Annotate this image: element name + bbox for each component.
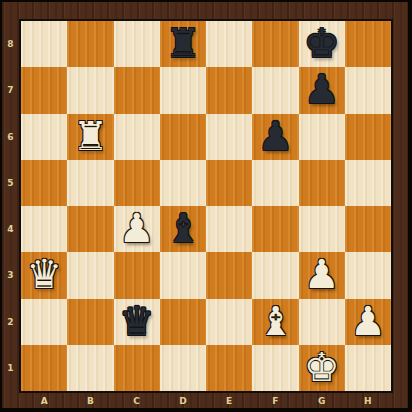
square-f8[interactable] — [252, 21, 298, 67]
square-c3[interactable] — [114, 252, 160, 298]
black-bishop-d4[interactable]: ♝ — [165, 208, 201, 248]
square-b4[interactable] — [67, 206, 113, 252]
square-f4[interactable] — [252, 206, 298, 252]
square-h4[interactable] — [345, 206, 391, 252]
white-bishop-f2[interactable]: ♝ — [257, 301, 293, 341]
square-b1[interactable] — [67, 345, 113, 391]
square-f2[interactable]: ♝ — [252, 299, 298, 345]
square-f6[interactable]: ♟ — [252, 114, 298, 160]
white-king-g1[interactable]: ♚ — [304, 347, 340, 387]
black-king-g8[interactable]: ♚ — [304, 23, 340, 63]
square-c6[interactable] — [114, 114, 160, 160]
square-h5[interactable] — [345, 160, 391, 206]
file-label-c: C — [114, 393, 160, 408]
square-e2[interactable] — [206, 299, 252, 345]
square-d4[interactable]: ♝ — [160, 206, 206, 252]
square-h2[interactable]: ♟ — [345, 299, 391, 345]
square-g5[interactable] — [299, 160, 345, 206]
square-b6[interactable]: ♜ — [67, 114, 113, 160]
square-e6[interactable] — [206, 114, 252, 160]
file-label-e: E — [206, 393, 252, 408]
file-label-h: H — [345, 393, 391, 408]
white-rook-b6[interactable]: ♜ — [72, 116, 108, 156]
square-h1[interactable] — [345, 345, 391, 391]
square-h3[interactable] — [345, 252, 391, 298]
square-f3[interactable] — [252, 252, 298, 298]
board-frame: 87654321 ABCDEFGH ♜♚♟♜♟♟♝♛♟♛♝♟♚ — [0, 0, 412, 412]
square-g6[interactable] — [299, 114, 345, 160]
square-d3[interactable] — [160, 252, 206, 298]
square-g7[interactable]: ♟ — [299, 67, 345, 113]
square-g3[interactable]: ♟ — [299, 252, 345, 298]
square-g4[interactable] — [299, 206, 345, 252]
square-c8[interactable] — [114, 21, 160, 67]
square-c5[interactable] — [114, 160, 160, 206]
square-f5[interactable] — [252, 160, 298, 206]
square-h8[interactable] — [345, 21, 391, 67]
square-a5[interactable] — [21, 160, 67, 206]
file-labels: ABCDEFGH — [21, 393, 391, 408]
square-a8[interactable] — [21, 21, 67, 67]
chess-board: ♜♚♟♜♟♟♝♛♟♛♝♟♚ — [19, 19, 393, 393]
rank-label-6: 6 — [2, 114, 19, 160]
square-a2[interactable] — [21, 299, 67, 345]
rank-labels: 87654321 — [2, 21, 19, 391]
square-e1[interactable] — [206, 345, 252, 391]
square-f7[interactable] — [252, 67, 298, 113]
rank-label-7: 7 — [2, 67, 19, 113]
square-e4[interactable] — [206, 206, 252, 252]
rank-label-8: 8 — [2, 21, 19, 67]
square-b8[interactable] — [67, 21, 113, 67]
file-label-d: D — [160, 393, 206, 408]
black-pawn-g7[interactable]: ♟ — [304, 69, 340, 109]
square-h6[interactable] — [345, 114, 391, 160]
square-a7[interactable] — [21, 67, 67, 113]
white-pawn-h2[interactable]: ♟ — [350, 301, 386, 341]
square-b3[interactable] — [67, 252, 113, 298]
square-a3[interactable]: ♛ — [21, 252, 67, 298]
white-pawn-c4[interactable]: ♟ — [119, 208, 155, 248]
rank-label-1: 1 — [2, 345, 19, 391]
square-b2[interactable] — [67, 299, 113, 345]
file-label-f: F — [252, 393, 298, 408]
file-label-b: B — [67, 393, 113, 408]
square-d2[interactable] — [160, 299, 206, 345]
square-a6[interactable] — [21, 114, 67, 160]
square-e7[interactable] — [206, 67, 252, 113]
rank-label-5: 5 — [2, 160, 19, 206]
square-e8[interactable] — [206, 21, 252, 67]
square-d5[interactable] — [160, 160, 206, 206]
square-c1[interactable] — [114, 345, 160, 391]
rank-label-2: 2 — [2, 299, 19, 345]
file-label-g: G — [299, 393, 345, 408]
square-a1[interactable] — [21, 345, 67, 391]
white-pawn-g3[interactable]: ♟ — [304, 254, 340, 294]
black-queen-c2[interactable]: ♛ — [119, 301, 155, 341]
square-c7[interactable] — [114, 67, 160, 113]
square-g1[interactable]: ♚ — [299, 345, 345, 391]
square-c4[interactable]: ♟ — [114, 206, 160, 252]
square-f1[interactable] — [252, 345, 298, 391]
square-b5[interactable] — [67, 160, 113, 206]
square-g2[interactable] — [299, 299, 345, 345]
square-g8[interactable]: ♚ — [299, 21, 345, 67]
square-d7[interactable] — [160, 67, 206, 113]
square-h7[interactable] — [345, 67, 391, 113]
square-e5[interactable] — [206, 160, 252, 206]
square-d8[interactable]: ♜ — [160, 21, 206, 67]
square-e3[interactable] — [206, 252, 252, 298]
white-queen-a3[interactable]: ♛ — [26, 254, 62, 294]
square-d6[interactable] — [160, 114, 206, 160]
square-c2[interactable]: ♛ — [114, 299, 160, 345]
file-label-a: A — [21, 393, 67, 408]
black-pawn-f6[interactable]: ♟ — [257, 116, 293, 156]
square-d1[interactable] — [160, 345, 206, 391]
rank-label-3: 3 — [2, 252, 19, 298]
square-a4[interactable] — [21, 206, 67, 252]
rank-label-4: 4 — [2, 206, 19, 252]
black-rook-d8[interactable]: ♜ — [165, 23, 201, 63]
square-b7[interactable] — [67, 67, 113, 113]
